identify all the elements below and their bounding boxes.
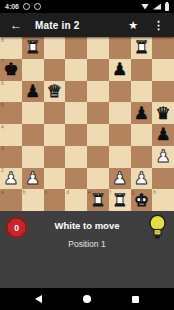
square-a4[interactable]: 4 xyxy=(0,124,22,146)
file-label: a xyxy=(1,190,4,195)
square-b2[interactable]: ♟ xyxy=(22,168,44,190)
square-h6[interactable] xyxy=(152,81,174,103)
page-title: Mate in 2 xyxy=(35,20,80,31)
square-f3[interactable] xyxy=(109,146,131,168)
square-f4[interactable] xyxy=(109,124,131,146)
square-h2[interactable] xyxy=(152,168,174,190)
file-label: b xyxy=(23,190,26,195)
square-c3[interactable] xyxy=(44,146,66,168)
square-g6[interactable] xyxy=(131,81,153,103)
square-a7[interactable]: 7♚ xyxy=(0,59,22,81)
square-f8[interactable] xyxy=(109,37,131,59)
square-d1[interactable]: d xyxy=(65,189,87,211)
notification-icon-1 xyxy=(23,3,30,10)
black-queen-h5[interactable]: ♛ xyxy=(156,103,171,124)
favorite-star-icon[interactable]: ★ xyxy=(128,19,138,32)
info-panel: 0 White to move Position 1 xyxy=(0,211,174,288)
square-d4[interactable] xyxy=(65,124,87,146)
rank-label: 4 xyxy=(1,125,4,130)
square-a3[interactable]: 3 xyxy=(0,146,22,168)
square-f2[interactable]: ♟ xyxy=(109,168,131,190)
square-e8[interactable] xyxy=(87,37,109,59)
file-label: h xyxy=(153,190,156,195)
rank-label: 3 xyxy=(1,146,4,151)
rank-label: 5 xyxy=(1,103,4,108)
square-c6[interactable]: ♛ xyxy=(44,81,66,103)
square-b7[interactable] xyxy=(22,59,44,81)
rank-label: 2 xyxy=(1,168,4,173)
square-e5[interactable] xyxy=(87,102,109,124)
square-e3[interactable] xyxy=(87,146,109,168)
white-pawn-f2[interactable]: ♟ xyxy=(112,168,127,189)
back-arrow-icon[interactable]: ← xyxy=(10,13,22,37)
rank-label: 6 xyxy=(1,81,4,86)
square-g4[interactable] xyxy=(131,124,153,146)
square-g5[interactable]: ♟ xyxy=(131,102,153,124)
square-h5[interactable]: ♛ xyxy=(152,102,174,124)
square-f1[interactable]: f♜ xyxy=(109,189,131,211)
square-h4[interactable]: ♟ xyxy=(152,124,174,146)
square-a8[interactable]: 8 xyxy=(0,37,22,59)
square-a6[interactable]: 6 xyxy=(0,81,22,103)
file-label: g xyxy=(132,190,135,195)
black-pawn-f7[interactable]: ♟ xyxy=(112,59,127,80)
square-b5[interactable] xyxy=(22,102,44,124)
square-b6[interactable]: ♟ xyxy=(22,81,44,103)
square-a1[interactable]: a xyxy=(0,189,22,211)
square-e1[interactable]: e♜ xyxy=(87,189,109,211)
square-h3[interactable]: ♟ xyxy=(152,146,174,168)
square-e4[interactable] xyxy=(87,124,109,146)
nav-recents-icon[interactable] xyxy=(132,296,139,303)
square-g3[interactable] xyxy=(131,146,153,168)
rank-label: 7 xyxy=(1,59,4,64)
black-pawn-b6[interactable]: ♟ xyxy=(25,81,40,102)
square-c1[interactable]: c xyxy=(44,189,66,211)
square-e7[interactable] xyxy=(87,59,109,81)
square-b4[interactable] xyxy=(22,124,44,146)
app-bar: ← Mate in 2 ★ ⋮ xyxy=(0,13,174,37)
square-c7[interactable] xyxy=(44,59,66,81)
fail-count: 0 xyxy=(14,223,19,233)
white-pawn-h3[interactable]: ♟ xyxy=(156,146,171,167)
square-b1[interactable]: b xyxy=(22,189,44,211)
square-d6[interactable] xyxy=(65,81,87,103)
hint-bulb-icon[interactable] xyxy=(148,213,167,242)
white-pawn-b2[interactable]: ♟ xyxy=(25,168,40,189)
square-f7[interactable]: ♟ xyxy=(109,59,131,81)
square-a5[interactable]: 5 xyxy=(0,102,22,124)
square-f5[interactable] xyxy=(109,102,131,124)
battery-icon xyxy=(165,3,169,11)
square-g7[interactable] xyxy=(131,59,153,81)
square-g2[interactable]: ♟ xyxy=(131,168,153,190)
square-e2[interactable] xyxy=(87,168,109,190)
square-f6[interactable] xyxy=(109,81,131,103)
square-c8[interactable] xyxy=(44,37,66,59)
black-king-a7[interactable]: ♚ xyxy=(3,59,18,80)
square-c5[interactable] xyxy=(44,102,66,124)
square-a2[interactable]: 2♟ xyxy=(0,168,22,190)
notification-icon-2 xyxy=(34,3,41,10)
white-rook-f1[interactable]: ♜ xyxy=(112,190,127,211)
square-e6[interactable] xyxy=(87,81,109,103)
square-b8[interactable]: ♜ xyxy=(22,37,44,59)
white-rook-e1[interactable]: ♜ xyxy=(90,190,105,211)
nav-back-icon[interactable] xyxy=(35,295,42,303)
square-d7[interactable] xyxy=(65,59,87,81)
square-c2[interactable] xyxy=(44,168,66,190)
white-rook-g8[interactable]: ♜ xyxy=(134,37,149,58)
square-d3[interactable] xyxy=(65,146,87,168)
white-rook-b8[interactable]: ♜ xyxy=(25,37,40,58)
square-d2[interactable] xyxy=(65,168,87,190)
rank-label: 8 xyxy=(1,38,4,43)
square-h8[interactable] xyxy=(152,37,174,59)
file-label: c xyxy=(45,190,48,195)
android-nav-bar xyxy=(0,288,174,310)
white-pawn-a2[interactable]: ♟ xyxy=(3,168,18,189)
chess-board: 8♜♜7♚♟6♟♛5♟♛4♟3♟2♟♟♟♟abcde♜f♜g♚h xyxy=(0,37,174,211)
clock: 4:06 xyxy=(5,0,19,13)
status-bar: 4:06 xyxy=(0,0,174,13)
square-g8[interactable]: ♜ xyxy=(131,37,153,59)
square-h1[interactable]: h xyxy=(152,189,174,211)
fail-counter-inner: 0 xyxy=(8,219,25,236)
cell-signal-icon xyxy=(153,4,161,10)
nav-home-icon[interactable] xyxy=(83,295,91,303)
square-g1[interactable]: g♚ xyxy=(131,189,153,211)
file-label: e xyxy=(88,190,91,195)
square-d8[interactable] xyxy=(65,37,87,59)
square-h7[interactable] xyxy=(152,59,174,81)
overflow-menu-icon[interactable]: ⋮ xyxy=(153,19,164,32)
square-c4[interactable] xyxy=(44,124,66,146)
white-queen-c6[interactable]: ♛ xyxy=(47,81,62,102)
white-king-g1[interactable]: ♚ xyxy=(134,190,149,211)
file-label: d xyxy=(66,190,69,195)
wifi-icon xyxy=(141,4,149,10)
file-label: f xyxy=(110,190,111,195)
app-window: 4:06 ← Mate in 2 ★ ⋮ 8♜♜7♚♟6♟♛5♟♛4♟3♟2♟♟… xyxy=(0,0,174,310)
square-d5[interactable] xyxy=(65,102,87,124)
white-pawn-g2[interactable]: ♟ xyxy=(134,168,149,189)
black-pawn-g5[interactable]: ♟ xyxy=(134,103,149,124)
square-b3[interactable] xyxy=(22,146,44,168)
black-pawn-h4[interactable]: ♟ xyxy=(156,124,171,145)
